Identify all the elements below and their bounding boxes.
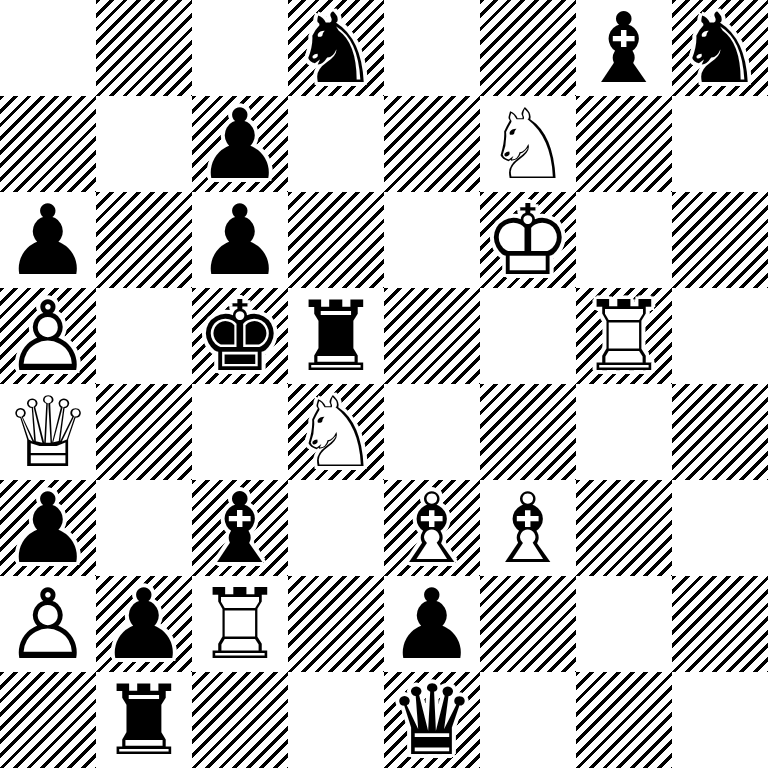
square-f1[interactable] [480,672,576,768]
piece-white-knight[interactable]: ♞♘ [480,96,576,192]
square-b7[interactable] [96,96,192,192]
square-e5[interactable] [384,288,480,384]
piece-black-knight[interactable]: ♞♞ [672,0,768,96]
black-pawn-icon: ♟ [384,576,480,672]
square-d4[interactable]: ♞♘ [288,384,384,480]
square-b2[interactable]: ♟♟ [96,576,192,672]
piece-white-backing: ♝ [384,480,480,576]
square-b1[interactable]: ♜♜ [96,672,192,768]
piece-white-backing: ♞ [672,0,768,96]
piece-black-pawn[interactable]: ♟♟ [96,576,192,672]
square-c3[interactable]: ♝♝ [192,480,288,576]
square-c2[interactable]: ♜♖ [192,576,288,672]
piece-white-backing: ♚ [192,288,288,384]
white-knight-icon: ♘ [480,96,576,192]
white-king-icon: ♔ [480,192,576,288]
white-knight-icon: ♘ [288,384,384,480]
white-bishop-icon: ♗ [384,480,480,576]
black-bishop-icon: ♝ [192,480,288,576]
square-b8[interactable] [96,0,192,96]
black-pawn-icon: ♟ [0,480,96,576]
square-b4[interactable] [96,384,192,480]
piece-black-pawn[interactable]: ♟♟ [0,480,96,576]
square-a3[interactable]: ♟♟ [0,480,96,576]
square-a1[interactable] [0,672,96,768]
piece-white-backing: ♞ [288,0,384,96]
piece-white-backing: ♟ [192,192,288,288]
square-h8[interactable]: ♞♞ [672,0,768,96]
square-g1[interactable] [576,672,672,768]
square-f6[interactable]: ♚♔ [480,192,576,288]
square-g6[interactable] [576,192,672,288]
piece-white-backing: ♟ [192,96,288,192]
piece-white-backing: ♜ [288,288,384,384]
piece-white-backing: ♝ [192,480,288,576]
square-e4[interactable] [384,384,480,480]
square-f2[interactable] [480,576,576,672]
white-pawn-icon: ♙ [0,576,96,672]
square-b3[interactable] [96,480,192,576]
square-b5[interactable] [96,288,192,384]
black-knight-icon: ♞ [288,0,384,96]
black-rook-icon: ♜ [96,672,192,768]
piece-black-bishop[interactable]: ♝♝ [192,480,288,576]
square-f3[interactable]: ♝♗ [480,480,576,576]
square-e3[interactable]: ♝♗ [384,480,480,576]
piece-white-backing: ♟ [0,288,96,384]
black-pawn-icon: ♟ [96,576,192,672]
piece-black-pawn[interactable]: ♟♟ [0,192,96,288]
piece-black-rook[interactable]: ♜♜ [96,672,192,768]
white-bishop-icon: ♗ [480,480,576,576]
square-c8[interactable] [192,0,288,96]
piece-white-rook[interactable]: ♜♖ [576,288,672,384]
square-h1[interactable] [672,672,768,768]
piece-white-knight[interactable]: ♞♘ [288,384,384,480]
square-e1[interactable]: ♛♛ [384,672,480,768]
square-a4[interactable]: ♛♕ [0,384,96,480]
square-c4[interactable] [192,384,288,480]
square-f7[interactable]: ♞♘ [480,96,576,192]
piece-white-bishop[interactable]: ♝♗ [384,480,480,576]
piece-white-backing: ♟ [0,576,96,672]
piece-white-backing: ♞ [480,96,576,192]
square-f4[interactable] [480,384,576,480]
square-d3[interactable] [288,480,384,576]
black-queen-icon: ♛ [384,672,480,768]
square-c5[interactable]: ♚♚ [192,288,288,384]
square-d2[interactable] [288,576,384,672]
piece-white-backing: ♜ [576,288,672,384]
square-h3[interactable] [672,480,768,576]
square-c7[interactable]: ♟♟ [192,96,288,192]
square-a8[interactable] [0,0,96,96]
piece-black-bishop[interactable]: ♝♝ [576,0,672,96]
white-rook-icon: ♖ [576,288,672,384]
square-d8[interactable]: ♞♞ [288,0,384,96]
square-g3[interactable] [576,480,672,576]
square-f8[interactable] [480,0,576,96]
piece-black-pawn[interactable]: ♟♟ [192,192,288,288]
piece-black-rook[interactable]: ♜♜ [288,288,384,384]
white-queen-icon: ♕ [0,384,96,480]
square-e8[interactable] [384,0,480,96]
square-a5[interactable]: ♟♙ [0,288,96,384]
square-f5[interactable] [480,288,576,384]
piece-white-backing: ♛ [384,672,480,768]
piece-white-queen[interactable]: ♛♕ [0,384,96,480]
piece-black-queen[interactable]: ♛♛ [384,672,480,768]
piece-white-backing: ♟ [0,480,96,576]
square-h4[interactable] [672,384,768,480]
square-a2[interactable]: ♟♙ [0,576,96,672]
square-a7[interactable] [0,96,96,192]
square-c1[interactable] [192,672,288,768]
square-g2[interactable] [576,576,672,672]
piece-white-rook[interactable]: ♜♖ [192,576,288,672]
square-c6[interactable]: ♟♟ [192,192,288,288]
square-d6[interactable] [288,192,384,288]
piece-white-pawn[interactable]: ♟♙ [0,288,96,384]
square-a6[interactable]: ♟♟ [0,192,96,288]
square-h2[interactable] [672,576,768,672]
black-pawn-icon: ♟ [192,192,288,288]
piece-black-knight[interactable]: ♞♞ [288,0,384,96]
square-e7[interactable] [384,96,480,192]
square-g4[interactable] [576,384,672,480]
piece-white-pawn[interactable]: ♟♙ [0,576,96,672]
square-e2[interactable]: ♟♟ [384,576,480,672]
square-e6[interactable] [384,192,480,288]
square-h7[interactable] [672,96,768,192]
piece-white-backing: ♚ [480,192,576,288]
piece-white-backing: ♟ [384,576,480,672]
black-pawn-icon: ♟ [0,192,96,288]
piece-white-bishop[interactable]: ♝♗ [480,480,576,576]
piece-white-king[interactable]: ♚♔ [480,192,576,288]
square-h5[interactable] [672,288,768,384]
square-d1[interactable] [288,672,384,768]
black-bishop-icon: ♝ [576,0,672,96]
square-g8[interactable]: ♝♝ [576,0,672,96]
square-g7[interactable] [576,96,672,192]
square-b6[interactable] [96,192,192,288]
piece-white-backing: ♝ [480,480,576,576]
black-king-icon: ♚ [192,288,288,384]
piece-white-backing: ♛ [0,384,96,480]
white-rook-icon: ♖ [192,576,288,672]
piece-white-backing: ♟ [96,576,192,672]
piece-black-pawn[interactable]: ♟♟ [192,96,288,192]
square-d7[interactable] [288,96,384,192]
piece-white-backing: ♞ [288,384,384,480]
piece-white-backing: ♜ [192,576,288,672]
white-pawn-icon: ♙ [0,288,96,384]
black-rook-icon: ♜ [288,288,384,384]
black-knight-icon: ♞ [672,0,768,96]
piece-black-pawn[interactable]: ♟♟ [384,576,480,672]
piece-white-backing: ♟ [0,192,96,288]
square-g5[interactable]: ♜♖ [576,288,672,384]
piece-white-backing: ♝ [576,0,672,96]
square-h6[interactable] [672,192,768,288]
chess-board: ♞♞♝♝♞♞♟♟♞♘♟♟♟♟♚♔♟♙♚♚♜♜♜♖♛♕♞♘♟♟♝♝♝♗♝♗♟♙♟♟… [0,0,768,768]
piece-white-backing: ♜ [96,672,192,768]
piece-black-king[interactable]: ♚♚ [192,288,288,384]
square-d5[interactable]: ♜♜ [288,288,384,384]
black-pawn-icon: ♟ [192,96,288,192]
